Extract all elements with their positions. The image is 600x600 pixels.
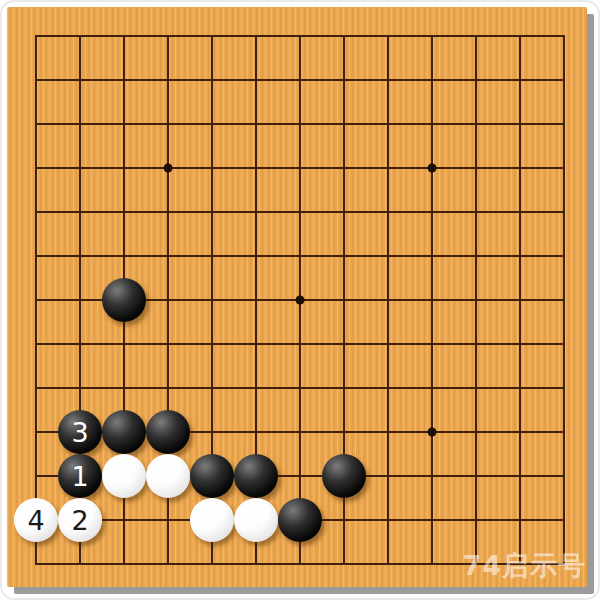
intersection[interactable] [366, 410, 410, 454]
intersection[interactable] [14, 542, 58, 586]
intersection[interactable] [454, 190, 498, 234]
intersection[interactable] [58, 190, 102, 234]
black-stone-move-3: 3 [58, 410, 102, 454]
intersection[interactable] [498, 498, 542, 542]
intersection[interactable] [542, 234, 586, 278]
intersection[interactable] [322, 366, 366, 410]
intersection[interactable] [454, 410, 498, 454]
intersection[interactable] [234, 190, 278, 234]
intersection[interactable] [278, 278, 322, 322]
intersection[interactable] [366, 14, 410, 58]
intersection[interactable]: 1 [58, 454, 102, 498]
intersection[interactable] [278, 58, 322, 102]
intersection[interactable] [102, 278, 146, 322]
intersection[interactable] [102, 190, 146, 234]
intersection[interactable] [102, 498, 146, 542]
intersection[interactable] [410, 322, 454, 366]
intersection[interactable] [322, 14, 366, 58]
intersection[interactable] [542, 454, 586, 498]
intersection[interactable] [146, 322, 190, 366]
black-stone [234, 454, 278, 498]
intersection[interactable] [322, 58, 366, 102]
intersection[interactable] [322, 234, 366, 278]
intersection[interactable] [146, 454, 190, 498]
intersection[interactable] [14, 454, 58, 498]
black-stone [102, 410, 146, 454]
intersection[interactable] [454, 58, 498, 102]
intersection[interactable] [542, 146, 586, 190]
black-stone [278, 498, 322, 542]
intersection[interactable] [278, 322, 322, 366]
intersection[interactable] [322, 278, 366, 322]
intersection[interactable] [542, 322, 586, 366]
intersection[interactable] [58, 58, 102, 102]
intersection[interactable] [102, 454, 146, 498]
intersection[interactable] [234, 498, 278, 542]
intersection[interactable] [454, 278, 498, 322]
intersection[interactable] [58, 542, 102, 586]
intersection[interactable] [102, 102, 146, 146]
intersection[interactable] [278, 102, 322, 146]
intersection[interactable] [410, 542, 454, 586]
intersection[interactable] [190, 102, 234, 146]
intersection[interactable] [190, 366, 234, 410]
intersection[interactable] [278, 190, 322, 234]
intersection[interactable] [102, 14, 146, 58]
intersection[interactable] [146, 542, 190, 586]
intersection[interactable] [146, 102, 190, 146]
intersection[interactable] [542, 366, 586, 410]
intersection[interactable] [322, 454, 366, 498]
intersection[interactable] [366, 542, 410, 586]
intersection[interactable] [454, 542, 498, 586]
intersection[interactable] [542, 542, 586, 586]
intersection[interactable] [454, 366, 498, 410]
intersection[interactable] [278, 234, 322, 278]
white-stone [190, 498, 234, 542]
intersection[interactable] [146, 190, 190, 234]
intersection[interactable] [190, 454, 234, 498]
intersection[interactable] [322, 146, 366, 190]
intersection[interactable] [190, 322, 234, 366]
intersection[interactable] [366, 366, 410, 410]
white-stone [102, 454, 146, 498]
board-grid: 3142 [14, 14, 586, 586]
intersection[interactable] [190, 146, 234, 190]
intersection[interactable] [190, 278, 234, 322]
intersection[interactable] [278, 366, 322, 410]
intersection[interactable] [102, 366, 146, 410]
intersection[interactable] [190, 234, 234, 278]
intersection[interactable] [278, 498, 322, 542]
intersection[interactable]: 2 [58, 498, 102, 542]
intersection[interactable] [14, 234, 58, 278]
intersection[interactable] [410, 234, 454, 278]
intersection[interactable] [278, 146, 322, 190]
intersection[interactable] [542, 190, 586, 234]
intersection[interactable] [234, 102, 278, 146]
intersection[interactable] [146, 146, 190, 190]
intersection[interactable] [498, 58, 542, 102]
intersection[interactable] [190, 542, 234, 586]
intersection[interactable] [234, 410, 278, 454]
intersection[interactable] [190, 14, 234, 58]
white-stone [146, 454, 190, 498]
intersection[interactable]: 4 [14, 498, 58, 542]
intersection[interactable] [234, 278, 278, 322]
intersection[interactable] [366, 322, 410, 366]
intersection[interactable] [102, 410, 146, 454]
intersection[interactable] [234, 58, 278, 102]
intersection[interactable] [278, 542, 322, 586]
intersection[interactable] [278, 14, 322, 58]
intersection[interactable] [454, 234, 498, 278]
intersection[interactable] [146, 278, 190, 322]
intersection[interactable] [366, 102, 410, 146]
intersection[interactable] [190, 58, 234, 102]
intersection[interactable] [410, 146, 454, 190]
go-board-stage: 3142 74启示号 [0, 0, 600, 600]
intersection[interactable] [366, 146, 410, 190]
intersection[interactable] [322, 410, 366, 454]
intersection[interactable] [322, 498, 366, 542]
intersection[interactable] [146, 234, 190, 278]
intersection[interactable] [14, 322, 58, 366]
intersection[interactable] [498, 190, 542, 234]
intersection[interactable] [542, 410, 586, 454]
intersection[interactable] [366, 190, 410, 234]
intersection[interactable] [234, 366, 278, 410]
white-stone-move-2: 2 [58, 498, 102, 542]
white-stone [234, 498, 278, 542]
intersection[interactable] [410, 190, 454, 234]
intersection[interactable] [146, 14, 190, 58]
intersection[interactable] [498, 234, 542, 278]
intersection[interactable] [102, 234, 146, 278]
intersection[interactable] [322, 190, 366, 234]
intersection[interactable] [234, 322, 278, 366]
intersection[interactable] [454, 146, 498, 190]
intersection[interactable] [454, 14, 498, 58]
intersection[interactable] [146, 58, 190, 102]
intersection[interactable] [322, 322, 366, 366]
intersection[interactable] [410, 278, 454, 322]
intersection[interactable] [366, 454, 410, 498]
intersection[interactable] [234, 234, 278, 278]
intersection[interactable] [410, 410, 454, 454]
intersection[interactable] [278, 454, 322, 498]
intersection[interactable] [366, 498, 410, 542]
intersection[interactable] [410, 498, 454, 542]
intersection[interactable] [410, 366, 454, 410]
intersection[interactable] [542, 278, 586, 322]
intersection[interactable] [278, 410, 322, 454]
intersection[interactable] [234, 454, 278, 498]
intersection[interactable] [542, 58, 586, 102]
black-stone-move-1: 1 [58, 454, 102, 498]
intersection[interactable] [58, 278, 102, 322]
intersection[interactable] [14, 58, 58, 102]
intersection[interactable] [14, 366, 58, 410]
intersection[interactable] [366, 234, 410, 278]
intersection[interactable] [410, 14, 454, 58]
intersection[interactable] [542, 498, 586, 542]
intersection[interactable] [14, 146, 58, 190]
black-stone [102, 278, 146, 322]
intersection[interactable] [58, 14, 102, 58]
intersection[interactable] [14, 410, 58, 454]
intersection[interactable] [102, 58, 146, 102]
intersection[interactable] [146, 498, 190, 542]
intersection[interactable] [410, 102, 454, 146]
intersection[interactable] [102, 146, 146, 190]
intersection[interactable] [14, 102, 58, 146]
intersection[interactable] [498, 542, 542, 586]
intersection[interactable] [366, 278, 410, 322]
black-stone [146, 410, 190, 454]
intersection[interactable] [102, 542, 146, 586]
intersection[interactable] [454, 498, 498, 542]
intersection[interactable] [146, 410, 190, 454]
intersection[interactable] [542, 14, 586, 58]
intersection[interactable] [234, 542, 278, 586]
intersection[interactable] [58, 102, 102, 146]
intersection[interactable] [14, 14, 58, 58]
intersection[interactable] [322, 542, 366, 586]
intersection[interactable]: 3 [58, 410, 102, 454]
intersection[interactable] [454, 102, 498, 146]
intersection[interactable] [498, 102, 542, 146]
intersection[interactable] [498, 410, 542, 454]
intersection[interactable] [234, 14, 278, 58]
intersection[interactable] [58, 146, 102, 190]
intersection[interactable] [498, 278, 542, 322]
intersection[interactable] [410, 58, 454, 102]
black-stone [322, 454, 366, 498]
intersection[interactable] [14, 190, 58, 234]
intersection[interactable] [146, 366, 190, 410]
intersection[interactable] [322, 102, 366, 146]
intersection[interactable] [498, 454, 542, 498]
intersection[interactable] [58, 366, 102, 410]
intersection[interactable] [58, 322, 102, 366]
intersection[interactable] [234, 146, 278, 190]
intersection[interactable] [498, 366, 542, 410]
intersection[interactable] [498, 14, 542, 58]
intersection[interactable] [102, 322, 146, 366]
intersection[interactable] [410, 454, 454, 498]
white-stone-move-4: 4 [14, 498, 58, 542]
intersection[interactable] [190, 498, 234, 542]
intersection[interactable] [190, 190, 234, 234]
intersection[interactable] [542, 102, 586, 146]
intersection[interactable] [58, 234, 102, 278]
intersection[interactable] [14, 278, 58, 322]
intersection[interactable] [498, 146, 542, 190]
intersection[interactable] [190, 410, 234, 454]
black-stone [190, 454, 234, 498]
intersection[interactable] [454, 454, 498, 498]
intersection[interactable] [366, 58, 410, 102]
intersection[interactable] [498, 322, 542, 366]
intersection[interactable] [454, 322, 498, 366]
